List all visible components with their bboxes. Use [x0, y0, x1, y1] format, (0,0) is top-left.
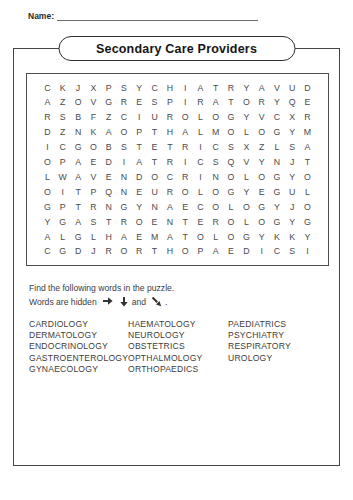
grid-cell-r12c16[interactable]: C	[269, 244, 284, 259]
grid-cell-r5c17[interactable]: S	[285, 140, 300, 155]
grid-cell-r2c16[interactable]: Y	[269, 95, 284, 110]
grid-cell-r4c2[interactable]: Z	[55, 125, 70, 140]
grid-cell-r5c11[interactable]: I	[193, 140, 208, 155]
grid-cell-r12c18[interactable]: I	[300, 244, 315, 259]
word-list-column-1: CARDIOLOGYDERMATOLOGYENDOCRINOLOGYGASTRO…	[29, 319, 128, 375]
grid-cell-r9c5[interactable]: N	[101, 199, 116, 214]
grid-cell-r7c15[interactable]: O	[254, 170, 269, 185]
grid-cell-r8c5[interactable]: Q	[101, 184, 116, 199]
grid-cell-r5c1[interactable]: I	[40, 140, 55, 155]
grid-cell-r8c1[interactable]: O	[40, 184, 55, 199]
grid-cell-r1c5[interactable]: P	[101, 80, 116, 95]
grid-cell-r1c7[interactable]: Y	[132, 80, 147, 95]
grid-cell-r6c15[interactable]: Y	[254, 155, 269, 170]
word-list-item: GYNAECOLOGY	[29, 364, 128, 375]
grid-cell-r3c14[interactable]: Y	[239, 110, 254, 125]
grid-cell-r10c17[interactable]: Y	[285, 214, 300, 229]
grid-cell-r6c1[interactable]: O	[40, 155, 55, 170]
word-list-item: GASTROENTEROLOGY	[29, 353, 128, 364]
grid-cell-r11c16[interactable]: K	[269, 229, 284, 244]
word-list-item: PSYCHIATRY	[228, 330, 327, 341]
grid-cell-r7c2[interactable]: W	[55, 170, 70, 185]
grid-cell-r8c18[interactable]: L	[300, 184, 315, 199]
grid-cell-r5c4[interactable]: O	[86, 140, 101, 155]
grid-cell-r4c12[interactable]: M	[208, 125, 223, 140]
word-list-item: OBSTETRICS	[128, 341, 228, 352]
grid-cell-r12c15[interactable]: I	[254, 244, 269, 259]
grid-cell-r6c13[interactable]: Q	[223, 155, 238, 170]
grid-cell-r4c10[interactable]: A	[178, 125, 193, 140]
instructions-period: .	[165, 297, 167, 309]
grid-cell-r8c16[interactable]: G	[269, 184, 284, 199]
grid-cell-r1c18[interactable]: D	[300, 80, 315, 95]
grid-cell-r10c4[interactable]: S	[86, 214, 101, 229]
grid-cell-r4c3[interactable]: N	[70, 125, 85, 140]
grid-cell-r6c10[interactable]: I	[178, 155, 193, 170]
grid-cell-r2c3[interactable]: O	[70, 95, 85, 110]
grid-cell-r5c13[interactable]: S	[223, 140, 238, 155]
grid-cell-r3c1[interactable]: R	[40, 110, 55, 125]
grid-cell-r9c12[interactable]: O	[208, 199, 223, 214]
word-list-item: ENDOCRINOLOGY	[29, 341, 128, 352]
grid-cell-r3c11[interactable]: L	[193, 110, 208, 125]
grid-cell-r12c5[interactable]: R	[101, 244, 116, 259]
grid-cell-r7c1[interactable]: L	[40, 170, 55, 185]
word-list-column-3: PAEDIATRICSPSYCHIATRYRESPIRATORYUROLOGY	[228, 319, 327, 375]
grid-cell-r2c7[interactable]: E	[132, 95, 147, 110]
word-list-item: UROLOGY	[228, 353, 327, 364]
grid-cell-r10c6[interactable]: R	[116, 214, 131, 229]
grid-cell-r10c11[interactable]: E	[193, 214, 208, 229]
grid-cell-r8c2[interactable]: I	[55, 184, 70, 199]
worksheet-frame: Secondary Care Providers CKJXPSYCHIATRYA…	[13, 48, 340, 466]
grid-cell-r11c18[interactable]: Y	[300, 229, 315, 244]
worksheet-page: Name: Secondary Care Providers CKJXPSYCH…	[0, 0, 353, 500]
grid-cell-r5c9[interactable]: T	[162, 140, 177, 155]
grid-cell-r6c14[interactable]: V	[239, 155, 254, 170]
grid-cell-r7c8[interactable]: O	[147, 170, 162, 185]
grid-cell-r9c8[interactable]: N	[147, 199, 162, 214]
instructions-line2-prefix: Words are hidden	[29, 297, 97, 309]
grid-cell-r12c2[interactable]: G	[55, 244, 70, 259]
grid-cell-r3c5[interactable]: Z	[101, 110, 116, 125]
grid-cell-r4c8[interactable]: T	[147, 125, 162, 140]
grid-cell-r12c12[interactable]: A	[208, 244, 223, 259]
grid-cell-r2c13[interactable]: T	[223, 95, 238, 110]
grid-cell-r12c14[interactable]: D	[239, 244, 254, 259]
grid-cell-r6c9[interactable]: R	[162, 155, 177, 170]
word-list-item: DERMATOLOGY	[29, 330, 128, 341]
grid-cell-r2c14[interactable]: O	[239, 95, 254, 110]
grid-cell-r1c2[interactable]: K	[55, 80, 70, 95]
grid-cell-r1c9[interactable]: H	[162, 80, 177, 95]
grid-cell-r9c10[interactable]: E	[178, 199, 193, 214]
grid-cell-r3c15[interactable]: V	[254, 110, 269, 125]
grid-cell-r3c9[interactable]: R	[162, 110, 177, 125]
grid-cell-r5c7[interactable]: T	[132, 140, 147, 155]
grid-cell-r12c11[interactable]: P	[193, 244, 208, 259]
grid-cell-r2c5[interactable]: G	[101, 95, 116, 110]
instructions-line1: Find the following words in the puzzle.	[29, 283, 174, 295]
grid-cell-r4c13[interactable]: O	[223, 125, 238, 140]
grid-cell-r5c10[interactable]: R	[178, 140, 193, 155]
grid-cell-r11c6[interactable]: A	[116, 229, 131, 244]
grid-cell-r1c12[interactable]: T	[208, 80, 223, 95]
grid-cell-r7c18[interactable]: O	[300, 170, 315, 185]
name-blank-line[interactable]	[57, 11, 258, 21]
grid-cell-r10c10[interactable]: T	[178, 214, 193, 229]
grid-cell-r5c8[interactable]: E	[147, 140, 162, 155]
grid-cell-r11c2[interactable]: L	[55, 229, 70, 244]
word-list-item: RESPIRATORY	[228, 341, 327, 352]
grid-cell-r11c17[interactable]: K	[285, 229, 300, 244]
grid-cell-r5c18[interactable]: A	[300, 140, 315, 155]
grid-cell-r4c17[interactable]: Y	[285, 125, 300, 140]
grid-cell-r4c4[interactable]: K	[86, 125, 101, 140]
grid-cell-r10c9[interactable]: N	[162, 214, 177, 229]
grid-cell-r11c3[interactable]: G	[70, 229, 85, 244]
grid-cell-r5c3[interactable]: G	[70, 140, 85, 155]
grid-cell-r10c13[interactable]: O	[223, 214, 238, 229]
grid-cell-r8c13[interactable]: G	[223, 184, 238, 199]
grid-cell-r7c7[interactable]: D	[132, 170, 147, 185]
grid-cell-r7c13[interactable]: O	[223, 170, 238, 185]
grid-cell-r3c3[interactable]: B	[70, 110, 85, 125]
word-list-item: NEUROLOGY	[128, 330, 228, 341]
word-list-item: PAEDIATRICS	[228, 319, 327, 330]
grid-cell-r2c17[interactable]: Q	[285, 95, 300, 110]
grid-cell-r6c3[interactable]: A	[70, 155, 85, 170]
word-list-item: OPTHALMOLOGY	[128, 353, 228, 364]
instructions-line2: Words are hidden and .	[29, 296, 174, 311]
grid-cell-r12c7[interactable]: R	[132, 244, 147, 259]
grid-cell-r9c13[interactable]: L	[223, 199, 238, 214]
grid-cell-r6c11[interactable]: C	[193, 155, 208, 170]
grid-cell-r2c12[interactable]: A	[208, 95, 223, 110]
grid-cell-r3c18[interactable]: R	[300, 110, 315, 125]
grid-cell-r1c1[interactable]: C	[40, 80, 55, 95]
grid-cell-r12c8[interactable]: T	[147, 244, 162, 259]
grid-cell-r7c12[interactable]: N	[208, 170, 223, 185]
grid-cell-r11c11[interactable]: O	[193, 229, 208, 244]
grid-cell-r4c6[interactable]: O	[116, 125, 131, 140]
grid-cell-r3c16[interactable]: C	[269, 110, 284, 125]
grid-cell-r11c9[interactable]: A	[162, 229, 177, 244]
grid-cell-r6c6[interactable]: I	[116, 155, 131, 170]
grid-cell-r11c10[interactable]: T	[178, 229, 193, 244]
down-right-arrow-icon	[151, 296, 162, 311]
grid-cell-r10c8[interactable]: E	[147, 214, 162, 229]
grid-cell-r9c3[interactable]: T	[70, 199, 85, 214]
grid-cell-r3c6[interactable]: C	[116, 110, 131, 125]
grid-cell-r6c8[interactable]: T	[147, 155, 162, 170]
grid-cell-r5c15[interactable]: Z	[254, 140, 269, 155]
grid-cell-r1c3[interactable]: J	[70, 80, 85, 95]
grid-cell-r4c11[interactable]: L	[193, 125, 208, 140]
grid-cell-r6c17[interactable]: J	[285, 155, 300, 170]
grid-cell-r10c12[interactable]: R	[208, 214, 223, 229]
grid-cell-r6c5[interactable]: D	[101, 155, 116, 170]
grid-cell-r2c2[interactable]: Z	[55, 95, 70, 110]
grid-cell-r5c14[interactable]: X	[239, 140, 254, 155]
grid-cell-r1c17[interactable]: U	[285, 80, 300, 95]
grid-cell-r8c14[interactable]: Y	[239, 184, 254, 199]
grid-cell-r6c2[interactable]: P	[55, 155, 70, 170]
grid-cell-r2c1[interactable]: A	[40, 95, 55, 110]
grid-cell-r9c1[interactable]: G	[40, 199, 55, 214]
grid-cell-r9c11[interactable]: C	[193, 199, 208, 214]
grid-cell-r11c1[interactable]: A	[40, 229, 55, 244]
down-arrow-icon	[119, 296, 129, 311]
grid-cell-r10c1[interactable]: Y	[40, 214, 55, 229]
grid-cell-r8c9[interactable]: R	[162, 184, 177, 199]
grid-cell-r1c16[interactable]: V	[269, 80, 284, 95]
grid-cell-r11c5[interactable]: H	[101, 229, 116, 244]
grid-cell-r7c6[interactable]: N	[116, 170, 131, 185]
grid-cell-r1c10[interactable]: I	[178, 80, 193, 95]
grid-cell-r3c2[interactable]: S	[55, 110, 70, 125]
grid-cell-r1c14[interactable]: Y	[239, 80, 254, 95]
grid-cell-r12c9[interactable]: H	[162, 244, 177, 259]
grid-cell-r12c6[interactable]: O	[116, 244, 131, 259]
puzzle-title-bubble: Secondary Care Providers	[58, 36, 295, 61]
grid-cell-r11c15[interactable]: Y	[254, 229, 269, 244]
grid-cell-r12c10[interactable]: O	[178, 244, 193, 259]
grid-cell-r9c14[interactable]: O	[239, 199, 254, 214]
grid-cell-r8c4[interactable]: P	[86, 184, 101, 199]
grid-cell-r9c7[interactable]: Y	[132, 199, 147, 214]
grid-cell-r4c15[interactable]: O	[254, 125, 269, 140]
grid-cell-r9c18[interactable]: O	[300, 199, 315, 214]
grid-cell-r9c2[interactable]: P	[55, 199, 70, 214]
grid-cell-r10c3[interactable]: A	[70, 214, 85, 229]
grid-cell-r3c8[interactable]: U	[147, 110, 162, 125]
grid-cell-r11c7[interactable]: E	[132, 229, 147, 244]
grid-cell-r12c1[interactable]: C	[40, 244, 55, 259]
grid-cell-r12c17[interactable]: S	[285, 244, 300, 259]
word-search-grid-frame: CKJXPSYCHIATRYAVUDAZOVGRESPIRATORYQERSBF…	[26, 73, 329, 266]
grid-cell-r4c18[interactable]: M	[300, 125, 315, 140]
grid-cell-r4c14[interactable]: L	[239, 125, 254, 140]
grid-cell-r1c11[interactable]: A	[193, 80, 208, 95]
grid-cell-r8c17[interactable]: U	[285, 184, 300, 199]
grid-cell-r9c16[interactable]: Y	[269, 199, 284, 214]
grid-cell-r10c15[interactable]: O	[254, 214, 269, 229]
grid-cell-r8c8[interactable]: U	[147, 184, 162, 199]
grid-cell-r7c10[interactable]: R	[178, 170, 193, 185]
grid-cell-r7c16[interactable]: G	[269, 170, 284, 185]
grid-cell-r9c4[interactable]: R	[86, 199, 101, 214]
grid-cell-r2c8[interactable]: S	[147, 95, 162, 110]
grid-cell-r6c7[interactable]: A	[132, 155, 147, 170]
word-list: CARDIOLOGYDERMATOLOGYENDOCRINOLOGYGASTRO…	[29, 319, 327, 375]
right-arrow-icon	[102, 296, 113, 310]
puzzle-title: Secondary Care Providers	[96, 42, 257, 56]
grid-cell-r8c15[interactable]: E	[254, 184, 269, 199]
grid-cell-r1c8[interactable]: C	[147, 80, 162, 95]
grid-cell-r2c6[interactable]: R	[116, 95, 131, 110]
grid-cell-r11c4[interactable]: L	[86, 229, 101, 244]
grid-cell-r9c6[interactable]: G	[116, 199, 131, 214]
grid-cell-r12c13[interactable]: E	[223, 244, 238, 259]
grid-cell-r10c16[interactable]: G	[269, 214, 284, 229]
grid-cell-r3c7[interactable]: I	[132, 110, 147, 125]
grid-cell-r10c2[interactable]: G	[55, 214, 70, 229]
name-label: Name:	[28, 11, 54, 21]
grid-cell-r6c4[interactable]: E	[86, 155, 101, 170]
grid-cell-r2c4[interactable]: V	[86, 95, 101, 110]
grid-cell-r5c6[interactable]: S	[116, 140, 131, 155]
grid-cell-r8c11[interactable]: L	[193, 184, 208, 199]
instructions-and: and	[132, 297, 146, 309]
grid-cell-r5c2[interactable]: C	[55, 140, 70, 155]
grid-cell-r10c5[interactable]: T	[101, 214, 116, 229]
grid-cell-r12c4[interactable]: J	[86, 244, 101, 259]
grid-cell-r6c12[interactable]: S	[208, 155, 223, 170]
grid-cell-r11c13[interactable]: O	[223, 229, 238, 244]
grid-cell-r4c9[interactable]: H	[162, 125, 177, 140]
word-list-item: ORTHOPAEDICS	[128, 364, 228, 375]
grid-cell-r6c18[interactable]: T	[300, 155, 315, 170]
grid-cell-r7c14[interactable]: L	[239, 170, 254, 185]
grid-cell-r1c13[interactable]: R	[223, 80, 238, 95]
grid-cell-r2c9[interactable]: P	[162, 95, 177, 110]
grid-cell-r8c6[interactable]: N	[116, 184, 131, 199]
grid-cell-r5c5[interactable]: B	[101, 140, 116, 155]
grid-cell-r8c3[interactable]: T	[70, 184, 85, 199]
grid-cell-r9c9[interactable]: A	[162, 199, 177, 214]
grid-cell-r2c15[interactable]: R	[254, 95, 269, 110]
grid-cell-r9c15[interactable]: G	[254, 199, 269, 214]
grid-cell-r3c4[interactable]: F	[86, 110, 101, 125]
word-list-item: HAEMATOLOGY	[128, 319, 228, 330]
grid-cell-r2c10[interactable]: I	[178, 95, 193, 110]
grid-cell-r7c3[interactable]: A	[70, 170, 85, 185]
grid-cell-r10c18[interactable]: G	[300, 214, 315, 229]
grid-cell-r8c7[interactable]: E	[132, 184, 147, 199]
word-list-column-2: HAEMATOLOGYNEUROLOGYOBSTETRICSOPTHALMOLO…	[128, 319, 228, 375]
grid-cell-r3c13[interactable]: G	[223, 110, 238, 125]
word-list-item: CARDIOLOGY	[29, 319, 128, 330]
grid-cell-r7c5[interactable]: E	[101, 170, 116, 185]
grid-cell-r11c12[interactable]: L	[208, 229, 223, 244]
grid-cell-r4c1[interactable]: D	[40, 125, 55, 140]
grid-cell-r4c7[interactable]: P	[132, 125, 147, 140]
grid-cell-r11c14[interactable]: G	[239, 229, 254, 244]
grid-cell-r9c17[interactable]: J	[285, 199, 300, 214]
grid-cell-r8c12[interactable]: O	[208, 184, 223, 199]
name-row: Name:	[28, 11, 258, 21]
grid-cell-r7c4[interactable]: V	[86, 170, 101, 185]
grid-cell-r5c16[interactable]: L	[269, 140, 284, 155]
grid-cell-r1c4[interactable]: X	[86, 80, 101, 95]
grid-cell-r10c7[interactable]: O	[132, 214, 147, 229]
grid-cell-r2c11[interactable]: R	[193, 95, 208, 110]
grid-cell-r4c5[interactable]: A	[101, 125, 116, 140]
grid-cell-r4c16[interactable]: G	[269, 125, 284, 140]
grid-cell-r7c9[interactable]: C	[162, 170, 177, 185]
grid-cell-r1c15[interactable]: A	[254, 80, 269, 95]
grid-cell-r10c14[interactable]: L	[239, 214, 254, 229]
grid-cell-r5c12[interactable]: C	[208, 140, 223, 155]
grid-cell-r3c17[interactable]: X	[285, 110, 300, 125]
grid-cell-r12c3[interactable]: D	[70, 244, 85, 259]
grid-cell-r7c17[interactable]: Y	[285, 170, 300, 185]
grid-cell-r8c10[interactable]: O	[178, 184, 193, 199]
grid-cell-r3c10[interactable]: O	[178, 110, 193, 125]
grid-cell-r3c12[interactable]: O	[208, 110, 223, 125]
grid-cell-r1c6[interactable]: S	[116, 80, 131, 95]
instructions: Find the following words in the puzzle. …	[29, 283, 174, 310]
grid-cell-r7c11[interactable]: I	[193, 170, 208, 185]
grid-cell-r2c18[interactable]: E	[300, 95, 315, 110]
grid-cell-r6c16[interactable]: N	[269, 155, 284, 170]
grid-cell-r11c8[interactable]: M	[147, 229, 162, 244]
word-search-grid: CKJXPSYCHIATRYAVUDAZOVGRESPIRATORYQERSBF…	[40, 80, 315, 259]
